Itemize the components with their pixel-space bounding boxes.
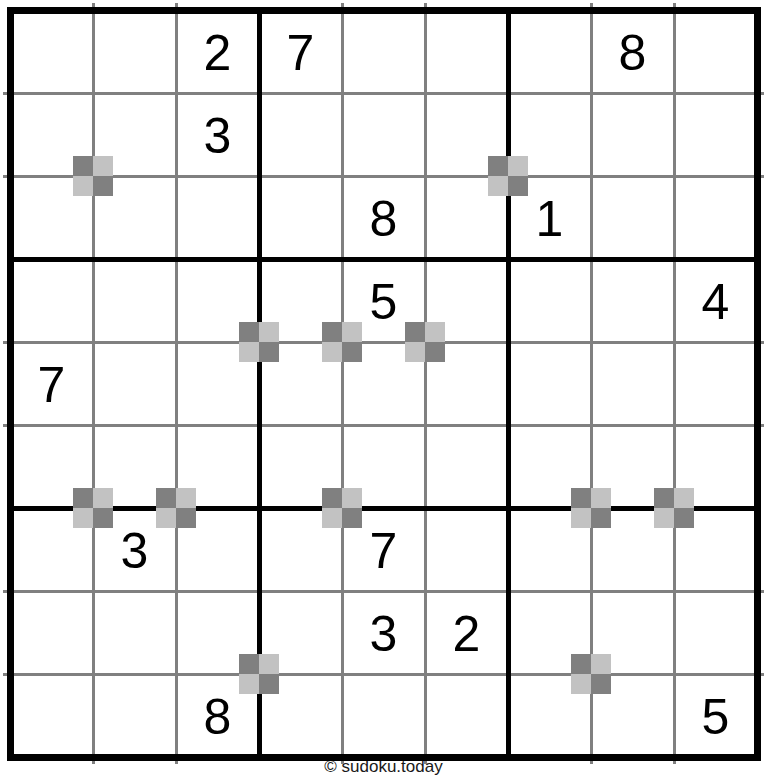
marker-quadrant-top-left [571, 488, 591, 508]
cell-r8c2[interactable] [93, 591, 176, 674]
marker-quadrant-bottom-left [239, 342, 259, 362]
battenburg-marker-r6c7 [571, 488, 611, 528]
marker-quadrant-bottom-left [239, 674, 259, 694]
cell-r5c8[interactable] [591, 342, 674, 425]
marker-quadrant-bottom-right [342, 508, 362, 528]
marker-quadrant-top-left [73, 156, 93, 176]
battenburg-marker-r6c1 [73, 488, 113, 528]
marker-quadrant-bottom-left [73, 508, 93, 528]
marker-quadrant-bottom-right [93, 508, 113, 528]
cell-r6c6[interactable] [425, 425, 508, 508]
cell-r1c7[interactable] [508, 10, 591, 93]
battenburg-marker-r2c6 [488, 156, 528, 196]
marker-quadrant-top-left [322, 322, 342, 342]
cell-r4c7[interactable] [508, 259, 591, 342]
cell-r1c3-given: 2 [176, 10, 259, 93]
marker-quadrant-top-right [259, 654, 279, 674]
battenburg-marker-r4c4 [322, 322, 362, 362]
cell-r4c8[interactable] [591, 259, 674, 342]
marker-quadrant-bottom-left [322, 508, 342, 528]
marker-quadrant-top-left [571, 654, 591, 674]
cell-r8c6-given: 2 [425, 591, 508, 674]
cell-r8c9[interactable] [674, 591, 757, 674]
cell-r2c5[interactable] [342, 93, 425, 176]
cell-r3c3[interactable] [176, 176, 259, 259]
battenburg-marker-r4c3 [239, 322, 279, 362]
cell-r9c1[interactable] [10, 674, 93, 757]
battenburg-marker-r4c5 [405, 322, 445, 362]
marker-quadrant-top-right [342, 488, 362, 508]
marker-quadrant-bottom-left [571, 674, 591, 694]
marker-quadrant-top-left [405, 322, 425, 342]
marker-quadrant-bottom-right [591, 508, 611, 528]
marker-quadrant-top-right [508, 156, 528, 176]
cell-r9c2[interactable] [93, 674, 176, 757]
marker-quadrant-top-left [239, 322, 259, 342]
marker-quadrant-top-right [425, 322, 445, 342]
cell-r2c8[interactable] [591, 93, 674, 176]
cell-r5c9[interactable] [674, 342, 757, 425]
cell-r4c1[interactable] [10, 259, 93, 342]
marker-quadrant-top-right [259, 322, 279, 342]
marker-quadrant-bottom-right [508, 176, 528, 196]
cell-r8c1[interactable] [10, 591, 93, 674]
cell-r8c5-given: 3 [342, 591, 425, 674]
marker-quadrant-bottom-right [176, 508, 196, 528]
battenburg-marker-r2c1 [73, 156, 113, 196]
cell-r4c9-given: 4 [674, 259, 757, 342]
marker-quadrant-top-right [93, 156, 113, 176]
cell-r5c7[interactable] [508, 342, 591, 425]
battenburg-marker-r8c7 [571, 654, 611, 694]
marker-quadrant-top-right [342, 322, 362, 342]
marker-quadrant-bottom-left [156, 508, 176, 528]
cell-r2c9[interactable] [674, 93, 757, 176]
cell-r3c8[interactable] [591, 176, 674, 259]
marker-quadrant-top-left [239, 654, 259, 674]
marker-quadrant-top-right [591, 488, 611, 508]
cell-r1c6[interactable] [425, 10, 508, 93]
marker-quadrant-bottom-left [488, 176, 508, 196]
marker-quadrant-bottom-right [259, 342, 279, 362]
marker-quadrant-bottom-left [73, 176, 93, 196]
cell-r1c4-given: 7 [259, 10, 342, 93]
cell-r7c6[interactable] [425, 508, 508, 591]
marker-quadrant-bottom-left [405, 342, 425, 362]
marker-quadrant-bottom-right [674, 508, 694, 528]
cell-r3c4[interactable] [259, 176, 342, 259]
cell-r3c5-given: 8 [342, 176, 425, 259]
marker-quadrant-top-left [654, 488, 674, 508]
marker-quadrant-bottom-right [425, 342, 445, 362]
marker-quadrant-top-right [93, 488, 113, 508]
marker-quadrant-bottom-right [591, 674, 611, 694]
cell-r2c4[interactable] [259, 93, 342, 176]
cell-r1c1[interactable] [10, 10, 93, 93]
cell-r2c3-given: 3 [176, 93, 259, 176]
cell-r4c2[interactable] [93, 259, 176, 342]
marker-quadrant-top-right [176, 488, 196, 508]
marker-quadrant-top-left [156, 488, 176, 508]
cell-r3c9[interactable] [674, 176, 757, 259]
cell-r1c8-given: 8 [591, 10, 674, 93]
battenburg-marker-r6c4 [322, 488, 362, 528]
marker-quadrant-bottom-right [259, 674, 279, 694]
battenburg-marker-r6c2 [156, 488, 196, 528]
marker-quadrant-bottom-right [342, 342, 362, 362]
sudoku-board: 278381547373285 © sudoku.today [0, 0, 767, 777]
marker-quadrant-bottom-left [654, 508, 674, 528]
marker-quadrant-bottom-left [571, 508, 591, 528]
marker-quadrant-top-right [591, 654, 611, 674]
marker-quadrant-bottom-right [93, 176, 113, 196]
cell-r5c1-given: 7 [10, 342, 93, 425]
cell-r9c9-given: 5 [674, 674, 757, 757]
marker-quadrant-top-left [73, 488, 93, 508]
marker-quadrant-bottom-left [322, 342, 342, 362]
cell-r1c2[interactable] [93, 10, 176, 93]
cell-grid: 278381547373285 [10, 10, 757, 757]
battenburg-marker-r8c3 [239, 654, 279, 694]
cell-r1c5[interactable] [342, 10, 425, 93]
cell-r1c9[interactable] [674, 10, 757, 93]
cell-r9c5[interactable] [342, 674, 425, 757]
marker-quadrant-top-left [322, 488, 342, 508]
cell-r9c6[interactable] [425, 674, 508, 757]
marker-quadrant-top-right [674, 488, 694, 508]
marker-quadrant-top-left [488, 156, 508, 176]
battenburg-marker-r6c8 [654, 488, 694, 528]
cell-r5c2[interactable] [93, 342, 176, 425]
